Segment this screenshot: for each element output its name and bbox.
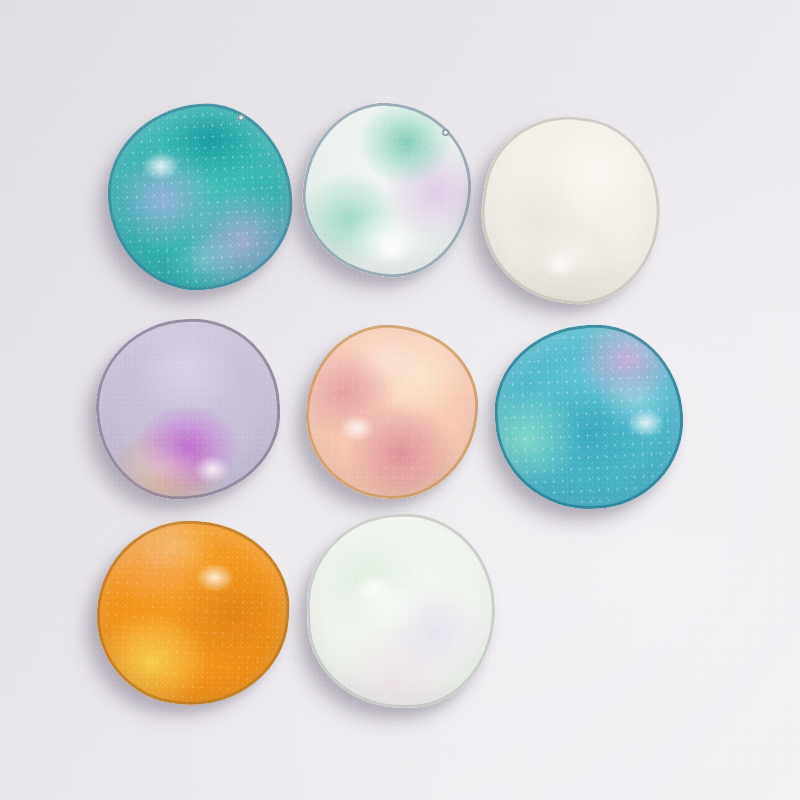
string-hole	[442, 128, 449, 135]
petal-disc-mint-lilac	[299, 99, 476, 282]
glitter-overlay	[97, 520, 289, 705]
glitter-overlay	[496, 326, 682, 508]
petal-disc-orange	[91, 515, 295, 712]
petal-disc-white-opal	[304, 511, 499, 711]
glitter-overlay	[476, 112, 666, 308]
petal-disc-aqua-glitter	[490, 320, 687, 514]
glitter-overlay	[308, 327, 475, 496]
photo-background	[0, 0, 800, 800]
glitter-overlay	[309, 517, 492, 705]
petal-disc-peach-rose	[303, 322, 481, 502]
string-hole	[237, 114, 244, 121]
glitter-overlay	[108, 104, 293, 290]
petal-disc-teal-glitter	[102, 98, 299, 296]
petal-disc-lavender-magenta	[93, 316, 283, 502]
petal-disc-frosted-white	[470, 106, 672, 315]
glitter-overlay	[99, 321, 278, 496]
